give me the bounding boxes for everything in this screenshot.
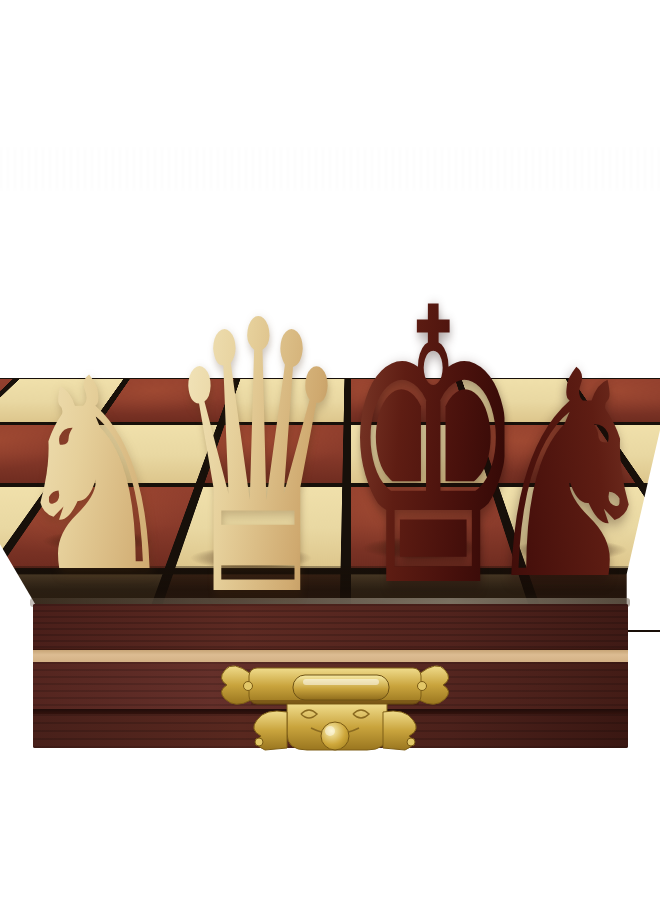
- background-noise: [0, 148, 660, 190]
- black-knight-piece: ♞: [420, 334, 660, 619]
- chess-box-photo: ♞♛♚♞: [0, 0, 660, 900]
